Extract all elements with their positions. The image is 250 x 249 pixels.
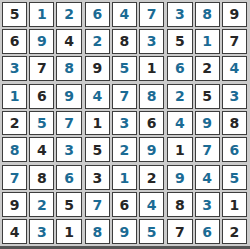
cell-r1c3[interactable]: 2: [56, 2, 81, 27]
cell-r4c5[interactable]: 7: [112, 84, 137, 109]
cell-r1c9[interactable]: 9: [222, 2, 247, 27]
cell-r8c2[interactable]: 2: [29, 192, 54, 217]
cell-r3c3[interactable]: 8: [56, 56, 81, 81]
cell-r3c2[interactable]: 7: [29, 56, 54, 81]
cell-r8c3[interactable]: 5: [56, 192, 81, 217]
sudoku-box-7: 786925431: [2, 165, 82, 244]
cell-r2c3[interactable]: 4: [56, 29, 81, 54]
cell-r4c6[interactable]: 8: [139, 84, 164, 109]
cell-r8c1[interactable]: 9: [2, 192, 27, 217]
cell-r1c7[interactable]: 3: [167, 2, 192, 27]
cell-r2c8[interactable]: 1: [195, 29, 220, 54]
cell-r3c7[interactable]: 6: [167, 56, 192, 81]
cell-r6c8[interactable]: 7: [195, 137, 220, 162]
cell-r6c9[interactable]: 6: [222, 137, 247, 162]
cell-r4c8[interactable]: 5: [195, 84, 220, 109]
cell-r9c3[interactable]: 1: [56, 219, 81, 244]
cell-r1c1[interactable]: 5: [2, 2, 27, 27]
cell-r9c5[interactable]: 9: [112, 219, 137, 244]
cell-r5c4[interactable]: 1: [85, 111, 110, 136]
cell-r6c7[interactable]: 1: [167, 137, 192, 162]
cell-r7c4[interactable]: 3: [85, 165, 110, 190]
sudoku-box-5: 478136529: [85, 84, 165, 163]
cell-r6c4[interactable]: 5: [85, 137, 110, 162]
cell-r4c4[interactable]: 4: [85, 84, 110, 109]
sudoku-box-8: 312764895: [85, 165, 165, 244]
cell-r7c7[interactable]: 9: [167, 165, 192, 190]
cell-r5c8[interactable]: 9: [195, 111, 220, 136]
cell-r9c8[interactable]: 6: [195, 219, 220, 244]
cell-r5c1[interactable]: 2: [2, 111, 27, 136]
sudoku-box-4: 169257843: [2, 84, 82, 163]
cell-r4c3[interactable]: 9: [56, 84, 81, 109]
cell-r2c9[interactable]: 7: [222, 29, 247, 54]
sudoku-box-3: 389517624: [167, 2, 247, 81]
cell-r1c6[interactable]: 7: [139, 2, 164, 27]
cell-r9c7[interactable]: 7: [167, 219, 192, 244]
cell-r2c1[interactable]: 6: [2, 29, 27, 54]
cell-r8c4[interactable]: 7: [85, 192, 110, 217]
cell-r7c9[interactable]: 5: [222, 165, 247, 190]
cell-r4c7[interactable]: 2: [167, 84, 192, 109]
cell-r1c5[interactable]: 4: [112, 2, 137, 27]
cell-r8c9[interactable]: 1: [222, 192, 247, 217]
cell-r5c9[interactable]: 8: [222, 111, 247, 136]
cell-r7c2[interactable]: 8: [29, 165, 54, 190]
cell-r7c3[interactable]: 6: [56, 165, 81, 190]
cell-r5c6[interactable]: 6: [139, 111, 164, 136]
sudoku-board: 5126943786472839513895176241692578434781…: [0, 0, 250, 249]
cell-r9c1[interactable]: 4: [2, 219, 27, 244]
cell-r1c4[interactable]: 6: [85, 2, 110, 27]
cell-r4c1[interactable]: 1: [2, 84, 27, 109]
cell-r6c5[interactable]: 2: [112, 137, 137, 162]
cell-r5c5[interactable]: 3: [112, 111, 137, 136]
cell-r6c2[interactable]: 4: [29, 137, 54, 162]
cell-r7c5[interactable]: 1: [112, 165, 137, 190]
cell-r3c1[interactable]: 3: [2, 56, 27, 81]
cell-r2c6[interactable]: 3: [139, 29, 164, 54]
cell-r2c5[interactable]: 8: [112, 29, 137, 54]
cell-r6c6[interactable]: 9: [139, 137, 164, 162]
cell-r8c7[interactable]: 8: [167, 192, 192, 217]
cell-r5c3[interactable]: 7: [56, 111, 81, 136]
cell-r5c7[interactable]: 4: [167, 111, 192, 136]
cell-r3c8[interactable]: 2: [195, 56, 220, 81]
cell-r4c2[interactable]: 6: [29, 84, 54, 109]
cell-r8c5[interactable]: 6: [112, 192, 137, 217]
cell-r1c2[interactable]: 1: [29, 2, 54, 27]
cell-r9c6[interactable]: 5: [139, 219, 164, 244]
cell-r3c6[interactable]: 1: [139, 56, 164, 81]
cell-r5c2[interactable]: 5: [29, 111, 54, 136]
cell-r7c1[interactable]: 7: [2, 165, 27, 190]
cell-r2c7[interactable]: 5: [167, 29, 192, 54]
cell-r9c9[interactable]: 2: [222, 219, 247, 244]
cell-r3c9[interactable]: 4: [222, 56, 247, 81]
cell-r7c6[interactable]: 2: [139, 165, 164, 190]
cell-r1c8[interactable]: 8: [195, 2, 220, 27]
cell-r8c6[interactable]: 4: [139, 192, 164, 217]
cell-r6c1[interactable]: 8: [2, 137, 27, 162]
cell-r3c5[interactable]: 5: [112, 56, 137, 81]
cell-r9c4[interactable]: 8: [85, 219, 110, 244]
cell-r8c8[interactable]: 3: [195, 192, 220, 217]
cell-r9c2[interactable]: 3: [29, 219, 54, 244]
sudoku-box-2: 647283951: [85, 2, 165, 81]
cell-r3c4[interactable]: 9: [85, 56, 110, 81]
sudoku-box-1: 512694378: [2, 2, 82, 81]
cell-r4c9[interactable]: 3: [222, 84, 247, 109]
cell-r2c4[interactable]: 2: [85, 29, 110, 54]
sudoku-box-6: 253498176: [167, 84, 247, 163]
sudoku-box-9: 945831762: [167, 165, 247, 244]
cell-r2c2[interactable]: 9: [29, 29, 54, 54]
cell-r6c3[interactable]: 3: [56, 137, 81, 162]
cell-r7c8[interactable]: 4: [195, 165, 220, 190]
